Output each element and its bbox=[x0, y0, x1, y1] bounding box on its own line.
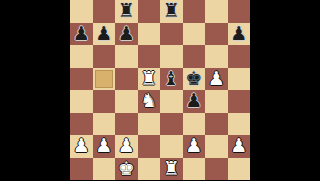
piece-black-pawn[interactable]: ♟ bbox=[230, 22, 247, 45]
piece-white-pawn[interactable]: ♟ bbox=[73, 134, 90, 157]
square-a1[interactable] bbox=[70, 158, 93, 181]
square-e8[interactable]: ♜ bbox=[160, 0, 183, 23]
piece-black-pawn[interactable]: ♟ bbox=[185, 89, 202, 112]
square-a4[interactable] bbox=[70, 90, 93, 113]
square-e7[interactable] bbox=[160, 23, 183, 46]
square-b7[interactable]: ♟ bbox=[93, 23, 116, 46]
square-g7[interactable] bbox=[205, 23, 228, 46]
square-f6[interactable] bbox=[183, 45, 206, 68]
piece-white-pawn[interactable]: ♟ bbox=[208, 67, 225, 90]
square-h4[interactable] bbox=[228, 90, 251, 113]
piece-white-pawn[interactable]: ♟ bbox=[118, 134, 135, 157]
square-h2[interactable]: ♟ bbox=[228, 135, 251, 158]
square-b5[interactable] bbox=[93, 68, 116, 91]
square-f3[interactable] bbox=[183, 113, 206, 136]
square-d4[interactable]: ♞ bbox=[138, 90, 161, 113]
square-e2[interactable] bbox=[160, 135, 183, 158]
square-b4[interactable] bbox=[93, 90, 116, 113]
square-b6[interactable] bbox=[93, 45, 116, 68]
square-f8[interactable] bbox=[183, 0, 206, 23]
square-c5[interactable] bbox=[115, 68, 138, 91]
chess-board: ♜♜♟♟♟♟♜♝♚♟♞♟♟♟♟♟♟♚♜ bbox=[70, 0, 250, 180]
square-g6[interactable] bbox=[205, 45, 228, 68]
square-d8[interactable] bbox=[138, 0, 161, 23]
square-a5[interactable] bbox=[70, 68, 93, 91]
square-e1[interactable]: ♜ bbox=[160, 158, 183, 181]
square-f4[interactable]: ♟ bbox=[183, 90, 206, 113]
piece-black-bishop[interactable]: ♝ bbox=[163, 67, 180, 90]
piece-white-king[interactable]: ♚ bbox=[118, 157, 135, 180]
square-a3[interactable] bbox=[70, 113, 93, 136]
square-h7[interactable]: ♟ bbox=[228, 23, 251, 46]
square-g2[interactable] bbox=[205, 135, 228, 158]
square-d6[interactable] bbox=[138, 45, 161, 68]
square-h6[interactable] bbox=[228, 45, 251, 68]
piece-white-rook[interactable]: ♜ bbox=[140, 67, 157, 90]
square-h1[interactable] bbox=[228, 158, 251, 181]
piece-black-pawn[interactable]: ♟ bbox=[73, 22, 90, 45]
square-b8[interactable] bbox=[93, 0, 116, 23]
square-f2[interactable]: ♟ bbox=[183, 135, 206, 158]
square-c4[interactable] bbox=[115, 90, 138, 113]
square-e5[interactable]: ♝ bbox=[160, 68, 183, 91]
square-g3[interactable] bbox=[205, 113, 228, 136]
square-e6[interactable] bbox=[160, 45, 183, 68]
piece-white-pawn[interactable]: ♟ bbox=[95, 134, 112, 157]
square-a2[interactable]: ♟ bbox=[70, 135, 93, 158]
square-e4[interactable] bbox=[160, 90, 183, 113]
square-f5[interactable]: ♚ bbox=[183, 68, 206, 91]
square-a6[interactable] bbox=[70, 45, 93, 68]
square-d5[interactable]: ♜ bbox=[138, 68, 161, 91]
square-c1[interactable]: ♚ bbox=[115, 158, 138, 181]
square-h3[interactable] bbox=[228, 113, 251, 136]
square-g1[interactable] bbox=[205, 158, 228, 181]
square-a8[interactable] bbox=[70, 0, 93, 23]
square-f7[interactable] bbox=[183, 23, 206, 46]
piece-black-pawn[interactable]: ♟ bbox=[95, 22, 112, 45]
square-g8[interactable] bbox=[205, 0, 228, 23]
square-g5[interactable]: ♟ bbox=[205, 68, 228, 91]
square-e3[interactable] bbox=[160, 113, 183, 136]
square-b3[interactable] bbox=[93, 113, 116, 136]
square-d3[interactable] bbox=[138, 113, 161, 136]
piece-white-knight[interactable]: ♞ bbox=[140, 89, 157, 112]
piece-white-rook[interactable]: ♜ bbox=[163, 157, 180, 180]
square-c3[interactable] bbox=[115, 113, 138, 136]
square-a7[interactable]: ♟ bbox=[70, 23, 93, 46]
square-h8[interactable] bbox=[228, 0, 251, 23]
piece-black-pawn[interactable]: ♟ bbox=[118, 22, 135, 45]
square-b2[interactable]: ♟ bbox=[93, 135, 116, 158]
page-background: ♜♜♟♟♟♟♜♝♚♟♞♟♟♟♟♟♟♚♜ bbox=[0, 0, 320, 180]
square-f1[interactable] bbox=[183, 158, 206, 181]
piece-white-pawn[interactable]: ♟ bbox=[230, 134, 247, 157]
square-c6[interactable] bbox=[115, 45, 138, 68]
square-b1[interactable] bbox=[93, 158, 116, 181]
square-c7[interactable]: ♟ bbox=[115, 23, 138, 46]
square-c2[interactable]: ♟ bbox=[115, 135, 138, 158]
square-c8[interactable]: ♜ bbox=[115, 0, 138, 23]
square-d7[interactable] bbox=[138, 23, 161, 46]
piece-white-pawn[interactable]: ♟ bbox=[185, 134, 202, 157]
piece-black-rook[interactable]: ♜ bbox=[163, 0, 180, 22]
square-d1[interactable] bbox=[138, 158, 161, 181]
square-g4[interactable] bbox=[205, 90, 228, 113]
piece-black-king[interactable]: ♚ bbox=[185, 67, 202, 90]
square-h5[interactable] bbox=[228, 68, 251, 91]
piece-black-rook[interactable]: ♜ bbox=[118, 0, 135, 22]
square-d2[interactable] bbox=[138, 135, 161, 158]
